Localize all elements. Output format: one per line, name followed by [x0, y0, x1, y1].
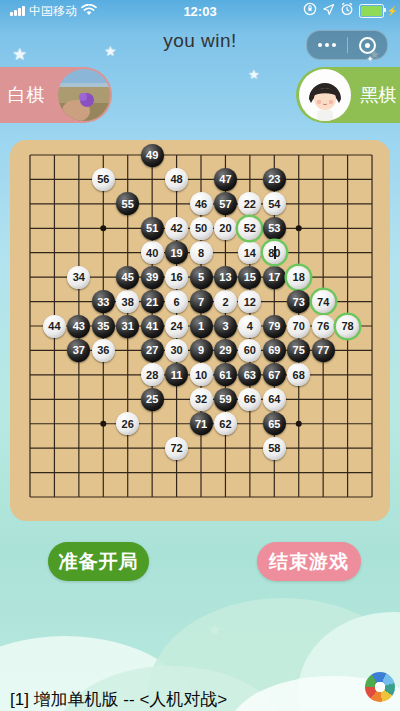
stone-7: 7	[190, 290, 213, 313]
stone-51: 51	[141, 217, 164, 240]
stone-42: 42	[165, 217, 188, 240]
app-screen: 中国移动 12:03	[0, 0, 400, 711]
stone-45: 45	[116, 266, 139, 289]
player-white-badge: 白棋	[0, 67, 112, 123]
stone-71: 71	[190, 412, 213, 435]
stone-69: 69	[263, 339, 286, 362]
stone-54: 54	[263, 192, 286, 215]
stone-76: 76	[312, 315, 335, 338]
stone-56: 56	[92, 168, 115, 191]
stone-10: 10	[190, 363, 213, 386]
stone-33: 33	[92, 290, 115, 313]
player-white-avatar	[58, 69, 110, 121]
stone-70: 70	[287, 315, 310, 338]
stone-79: 79	[263, 315, 286, 338]
stone-47: 47	[214, 168, 237, 191]
stone-32: 32	[190, 388, 213, 411]
stone-5: 5	[190, 266, 213, 289]
last-move-marker	[274, 246, 276, 259]
stone-62: 62	[214, 412, 237, 435]
stone-49: 49	[141, 144, 164, 167]
stone-20: 20	[214, 217, 237, 240]
stone-21: 21	[141, 290, 164, 313]
stone-41: 41	[141, 315, 164, 338]
stone-48: 48	[165, 168, 188, 191]
stone-39: 39	[141, 266, 164, 289]
stone-65: 65	[263, 412, 286, 435]
exit-circle-button[interactable]: ✦	[348, 37, 388, 54]
battery-icon	[359, 4, 384, 18]
stone-30: 30	[165, 339, 188, 362]
stone-46: 46	[190, 192, 213, 215]
player-black-badge: 黑棋	[296, 67, 400, 123]
stone-77: 77	[312, 339, 335, 362]
status-bar: 中国移动 12:03	[0, 0, 400, 22]
start-game-button[interactable]: 准备开局	[48, 542, 149, 581]
stone-74: 74	[312, 290, 335, 313]
alarm-clock-icon	[340, 2, 354, 20]
stone-6: 6	[165, 290, 188, 313]
stone-3: 3	[214, 315, 237, 338]
stone-75: 75	[287, 339, 310, 362]
stone-72: 72	[165, 437, 188, 460]
stone-52: 52	[238, 217, 261, 240]
stone-66: 66	[238, 388, 261, 411]
game-board[interactable]: 1234567891011121314151617181920212223242…	[10, 140, 390, 521]
end-game-button[interactable]: 结束游戏	[257, 542, 361, 581]
target-circle-icon	[359, 37, 376, 54]
player-black-avatar	[299, 69, 351, 121]
stone-2: 2	[214, 290, 237, 313]
stone-1: 1	[190, 315, 213, 338]
stone-17: 17	[263, 266, 286, 289]
stone-13: 13	[214, 266, 237, 289]
stone-80: 80	[263, 241, 286, 264]
more-options-button[interactable]	[307, 43, 347, 47]
player-white-label: 白棋	[8, 83, 44, 107]
stone-40: 40	[141, 241, 164, 264]
aperture-logo-icon	[365, 672, 395, 702]
stone-53: 53	[263, 217, 286, 240]
stone-16: 16	[165, 266, 188, 289]
miniprogram-capsule: ✦	[306, 30, 388, 60]
stone-43: 43	[67, 315, 90, 338]
stone-44: 44	[43, 315, 66, 338]
stone-59: 59	[214, 388, 237, 411]
footer-note: [1] 增加单机版 -- <人机对战>	[10, 689, 227, 711]
stone-58: 58	[263, 437, 286, 460]
charging-bolt-icon: ⚡	[387, 7, 398, 16]
stone-35: 35	[92, 315, 115, 338]
stone-18: 18	[287, 266, 310, 289]
player-black-label: 黑棋	[360, 83, 396, 107]
orientation-lock-icon	[303, 2, 317, 20]
stone-78: 78	[336, 315, 359, 338]
stone-9: 9	[190, 339, 213, 362]
stone-29: 29	[214, 339, 237, 362]
stone-23: 23	[263, 168, 286, 191]
stone-4: 4	[238, 315, 261, 338]
stone-50: 50	[190, 217, 213, 240]
star-icon: ★	[248, 68, 260, 81]
stone-64: 64	[263, 388, 286, 411]
stone-31: 31	[116, 315, 139, 338]
stone-24: 24	[165, 315, 188, 338]
stone-34: 34	[67, 266, 90, 289]
stone-67: 67	[263, 363, 286, 386]
stone-27: 27	[141, 339, 164, 362]
stone-28: 28	[141, 363, 164, 386]
location-arrow-icon	[322, 2, 335, 20]
stone-36: 36	[92, 339, 115, 362]
stone-15: 15	[238, 266, 261, 289]
capsule-badge-icon: ✦	[366, 54, 374, 64]
stone-25: 25	[141, 388, 164, 411]
stone-8: 8	[190, 241, 213, 264]
